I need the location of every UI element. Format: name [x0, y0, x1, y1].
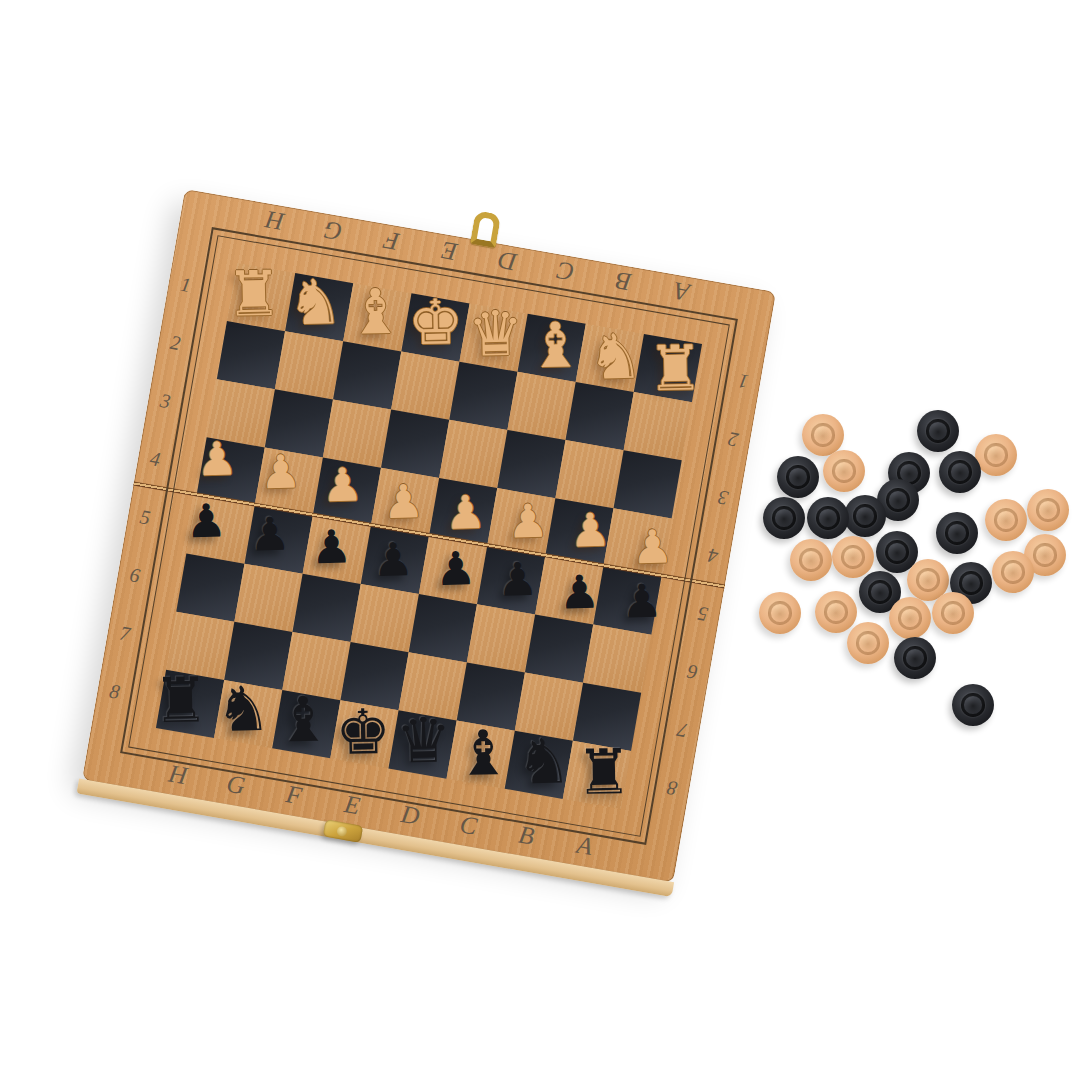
rank-label-left-4: 4: [149, 448, 162, 469]
chess-piece-black-rook-a8: ♜: [575, 740, 632, 803]
file-label-bottom-E: E: [342, 791, 361, 818]
rank-label-left-7: 7: [118, 622, 131, 643]
chess-piece-white-knight-g1: ♞: [287, 271, 344, 334]
rank-label-left-2: 2: [169, 331, 182, 352]
checker-disc-dark: [936, 512, 978, 554]
square-b6: [525, 614, 593, 682]
chess-piece-black-pawn-a5: ♟: [621, 577, 663, 624]
checker-disc-dark: [777, 456, 819, 498]
chess-piece-white-rook-h1: ♜: [225, 262, 282, 325]
file-label-top-G: G: [321, 217, 343, 245]
square-b3: [555, 440, 623, 508]
square-e6: [351, 584, 419, 652]
checker-groove: [926, 419, 950, 443]
square-c3: [497, 430, 565, 498]
chess-piece-white-king-e1: ♚: [407, 291, 464, 354]
ring-icon: [470, 210, 501, 248]
checker-groove: [856, 631, 880, 655]
rank-label-right-3: 3: [716, 487, 729, 508]
checker-groove: [994, 508, 1018, 532]
square-a3: [614, 450, 682, 518]
brass-clasp: [323, 819, 363, 842]
checker-groove: [786, 465, 810, 489]
checker-disc-light: [790, 539, 832, 581]
checker-disc-dark: [763, 497, 805, 539]
chess-piece-black-bishop-c8: ♝: [455, 721, 512, 784]
file-label-bottom-A: A: [575, 832, 594, 859]
checker-disc-dark: [807, 497, 849, 539]
chess-piece-white-pawn-b4: ♟: [569, 506, 611, 553]
square-g6: [234, 564, 302, 632]
file-label-bottom-G: G: [225, 771, 247, 799]
checker-groove: [799, 548, 823, 572]
square-a6: [583, 625, 651, 693]
checker-groove: [941, 601, 965, 625]
checker-groove: [961, 693, 985, 717]
checker-disc-light: [975, 434, 1017, 476]
file-label-bottom-B: B: [517, 822, 536, 849]
square-e2: [391, 351, 459, 419]
square-h6: [176, 554, 244, 622]
checker-groove: [984, 443, 1008, 467]
chess-piece-black-pawn-b5: ♟: [558, 568, 600, 615]
checker-groove: [841, 545, 865, 569]
file-label-top-H: H: [263, 207, 285, 235]
checker-groove: [853, 504, 877, 528]
checker-disc-light: [832, 536, 874, 578]
file-label-bottom-C: C: [458, 811, 479, 838]
chess-piece-white-pawn-e4: ♟: [382, 478, 424, 525]
chess-piece-white-pawn-f4: ♟: [321, 461, 363, 508]
product-photo-scene: HGFEDCBAHGFEDCBA1234567812345678 ♜♞♝♚♛♝♞…: [0, 0, 1080, 1080]
chess-piece-white-pawn-g4: ♟: [259, 448, 301, 495]
chess-piece-black-queen-d8: ♛: [395, 709, 452, 772]
checker-groove: [1001, 560, 1025, 584]
checker-groove: [1036, 498, 1060, 522]
square-d6: [409, 594, 477, 662]
checker-groove: [945, 521, 969, 545]
checker-groove: [824, 600, 848, 624]
square-d2: [449, 362, 517, 430]
checker-groove: [886, 488, 910, 512]
rank-label-right-7: 7: [676, 719, 689, 740]
square-e3: [381, 410, 449, 478]
square-f6: [292, 574, 360, 642]
chess-piece-white-queen-d1: ♛: [467, 302, 524, 365]
square-c6: [467, 604, 535, 672]
checker-groove: [772, 506, 796, 530]
checker-disc-dark: [939, 451, 981, 493]
checker-disc-light: [759, 592, 801, 634]
checker-groove: [959, 571, 983, 595]
chess-piece-black-rook-h8: ♜: [152, 669, 209, 732]
chess-piece-black-knight-b8: ♞: [515, 730, 572, 793]
chess-piece-white-bishop-f1: ♝: [347, 280, 404, 343]
square-g2: [275, 331, 343, 399]
file-label-top-E: E: [439, 238, 458, 265]
square-h2: [217, 321, 285, 389]
rank-label-left-6: 6: [128, 564, 141, 585]
rank-label-left-1: 1: [179, 273, 192, 294]
checker-disc-light: [889, 597, 931, 639]
chess-piece-white-pawn-c4: ♟: [507, 497, 549, 544]
checker-disc-dark: [917, 410, 959, 452]
checker-disc-light: [992, 551, 1034, 593]
rank-label-right-4: 4: [706, 545, 719, 566]
checker-groove: [816, 506, 840, 530]
checker-groove: [948, 460, 972, 484]
square-d3: [439, 420, 507, 488]
rank-label-left-5: 5: [138, 506, 151, 527]
checker-disc-light: [823, 450, 865, 492]
file-label-top-F: F: [381, 227, 400, 254]
folding-chessboard: HGFEDCBAHGFEDCBA1234567812345678 ♜♞♝♚♛♝♞…: [82, 189, 776, 883]
chess-piece-black-pawn-d5: ♟: [434, 545, 476, 592]
chess-piece-black-knight-g8: ♞: [215, 677, 272, 740]
checker-groove: [903, 646, 927, 670]
file-label-top-D: D: [496, 247, 518, 275]
checker-groove: [885, 540, 909, 564]
chess-piece-white-bishop-c1: ♝: [527, 314, 584, 377]
file-label-bottom-F: F: [284, 781, 303, 808]
chess-piece-black-pawn-c5: ♟: [496, 555, 538, 602]
chess-piece-black-king-e8: ♚: [334, 700, 391, 763]
checker-disc-dark: [844, 495, 886, 537]
rank-label-right-8: 8: [666, 777, 679, 798]
rank-label-right-2: 2: [727, 429, 740, 450]
rank-label-right-5: 5: [696, 603, 709, 624]
chess-piece-black-pawn-g5: ♟: [249, 510, 291, 557]
checker-disc-dark: [952, 684, 994, 726]
checker-disc-light: [847, 622, 889, 664]
square-c2: [507, 372, 575, 440]
rank-label-left-3: 3: [159, 389, 172, 410]
rank-label-right-1: 1: [737, 371, 750, 392]
checker-disc-light: [985, 499, 1027, 541]
checker-disc-dark: [894, 637, 936, 679]
checker-groove: [868, 580, 892, 604]
file-label-top-C: C: [555, 258, 576, 285]
chess-piece-white-pawn-a4: ♟: [631, 523, 673, 570]
chess-piece-white-knight-b1: ♞: [587, 325, 644, 388]
chess-piece-black-pawn-e5: ♟: [372, 536, 414, 583]
rank-label-right-6: 6: [686, 661, 699, 682]
checker-groove: [768, 601, 792, 625]
file-label-top-A: A: [672, 278, 691, 305]
file-label-bottom-D: D: [399, 801, 421, 829]
checker-disc-light: [932, 592, 974, 634]
square-f2: [333, 341, 401, 409]
checker-disc-light: [815, 591, 857, 633]
chess-piece-black-pawn-f5: ♟: [310, 523, 352, 570]
file-label-top-B: B: [613, 268, 632, 295]
chess-piece-white-rook-a1: ♜: [647, 337, 704, 400]
checker-groove: [898, 606, 922, 630]
brass-hinge-ring: [470, 210, 501, 248]
chess-piece-black-pawn-h5: ♟: [185, 497, 227, 544]
chess-piece-white-pawn-h4: ♟: [196, 435, 238, 482]
chess-piece-black-bishop-f8: ♝: [275, 688, 332, 751]
chess-piece-white-pawn-d4: ♟: [444, 488, 486, 535]
checker-groove: [1033, 543, 1057, 567]
file-label-bottom-H: H: [167, 760, 189, 788]
checker-groove: [811, 423, 835, 447]
checker-groove: [916, 568, 940, 592]
checker-disc-light: [1027, 489, 1069, 531]
checker-groove: [832, 459, 856, 483]
rank-label-left-8: 8: [108, 680, 121, 701]
